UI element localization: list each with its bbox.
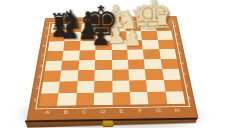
square-e2 <box>111 81 129 93</box>
rank-label-left-7: 7 <box>41 36 50 39</box>
square-c6 <box>79 41 95 51</box>
rank-label-right-3: 3 <box>179 73 189 77</box>
board-squares <box>39 22 185 106</box>
file-label-h: H <box>167 108 186 113</box>
square-a6 <box>47 41 64 51</box>
square-f2 <box>129 81 147 93</box>
rank-label-left-4: 4 <box>36 64 46 67</box>
square-f1 <box>129 92 148 105</box>
square-g2 <box>146 80 165 92</box>
square-d2 <box>94 81 112 93</box>
square-e3 <box>111 70 128 81</box>
square-a3 <box>42 71 60 82</box>
square-g3 <box>145 69 163 80</box>
square-b3 <box>60 71 78 82</box>
square-f3 <box>128 70 146 81</box>
square-a5 <box>46 51 63 61</box>
file-label-d: D <box>93 109 112 114</box>
square-e4 <box>111 59 128 70</box>
square-b1 <box>57 93 76 106</box>
square-c2 <box>76 81 94 93</box>
square-a4 <box>44 60 62 71</box>
square-e5 <box>111 50 127 60</box>
square-d6 <box>95 41 111 51</box>
rank-label-left-2: 2 <box>32 86 42 90</box>
file-label-c: C <box>74 109 93 114</box>
square-g4 <box>144 59 162 70</box>
rank-label-left-3: 3 <box>34 75 44 79</box>
square-d1 <box>93 93 111 106</box>
square-d3 <box>94 70 111 81</box>
rank-label-left-1: 1 <box>29 98 40 102</box>
rank-label-right-8: 8 <box>170 25 179 28</box>
file-label-a: A <box>37 110 56 115</box>
square-f6 <box>126 40 142 50</box>
square-e7 <box>111 31 127 40</box>
rank-label-left-8: 8 <box>43 27 52 30</box>
board-scene: ABCDEFGH 87654321 87654321 ♜♞♝♚♟♟♟♟♝♞♛♚♜… <box>0 0 228 128</box>
square-d7 <box>95 32 110 41</box>
square-c1 <box>75 93 94 106</box>
file-label-e: E <box>112 109 131 114</box>
square-h7 <box>156 31 173 40</box>
rank-label-right-7: 7 <box>171 34 180 37</box>
rank-label-right-5: 5 <box>175 52 184 55</box>
square-b6 <box>63 41 80 51</box>
file-label-f: F <box>130 108 149 113</box>
brass-clasp-icon <box>101 120 113 127</box>
square-f5 <box>127 49 144 59</box>
file-label-b: B <box>56 110 75 115</box>
rank-label-right-2: 2 <box>181 84 191 88</box>
square-g1 <box>147 92 167 105</box>
rank-label-right-1: 1 <box>183 96 194 100</box>
square-g7 <box>141 31 157 40</box>
square-g6 <box>142 40 159 50</box>
square-e6 <box>111 40 127 50</box>
file-label-g: G <box>149 108 168 113</box>
chess-board-photo: ABCDEFGH 87654321 87654321 ♜♞♝♚♟♟♟♟♝♞♛♚♜… <box>0 0 228 128</box>
square-b2 <box>58 82 77 94</box>
square-c4 <box>78 60 95 71</box>
square-g5 <box>143 49 160 59</box>
square-f7 <box>126 31 142 40</box>
square-a7 <box>49 32 65 41</box>
chess-board: ABCDEFGH 87654321 87654321 <box>26 16 198 121</box>
square-h2 <box>163 80 182 92</box>
rank-label-right-4: 4 <box>177 62 187 65</box>
rank-label-right-6: 6 <box>173 43 182 46</box>
square-c5 <box>78 50 95 60</box>
square-b5 <box>62 50 79 60</box>
square-h5 <box>158 49 176 59</box>
square-h4 <box>160 59 178 70</box>
rank-label-left-5: 5 <box>37 54 46 57</box>
square-c7 <box>80 32 96 41</box>
square-f4 <box>127 59 144 70</box>
square-h1 <box>165 92 185 105</box>
square-b7 <box>64 32 80 41</box>
square-a2 <box>41 82 60 94</box>
square-a1 <box>39 94 59 107</box>
square-h3 <box>161 69 180 80</box>
rank-label-left-6: 6 <box>39 45 48 48</box>
square-d5 <box>95 50 111 60</box>
square-h6 <box>157 40 174 50</box>
square-c3 <box>77 70 95 81</box>
file-labels: ABCDEFGH <box>37 104 188 120</box>
square-d4 <box>94 60 111 71</box>
square-e1 <box>111 92 129 105</box>
square-b4 <box>61 60 78 71</box>
